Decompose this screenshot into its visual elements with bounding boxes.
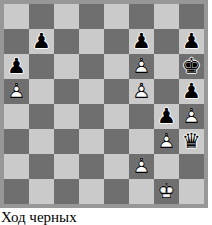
piece-glyph-outline: ♙ bbox=[129, 54, 154, 79]
square-h5[interactable]: ♟ bbox=[179, 79, 204, 104]
white-pawn-f5[interactable]: ♟♙ bbox=[129, 79, 154, 104]
square-d7[interactable] bbox=[79, 29, 104, 54]
square-h6[interactable]: ♚ bbox=[179, 54, 204, 79]
square-f5[interactable]: ♟♙ bbox=[129, 79, 154, 104]
piece-glyph-outline: ♙ bbox=[129, 154, 154, 179]
square-c3[interactable] bbox=[54, 129, 79, 154]
black-pawn-a6[interactable]: ♟ bbox=[4, 54, 29, 79]
white-pawn-f2[interactable]: ♟♙ bbox=[129, 154, 154, 179]
square-h3[interactable]: ♛ bbox=[179, 129, 204, 154]
square-e2[interactable] bbox=[104, 154, 129, 179]
black-pawn-b7[interactable]: ♟ bbox=[29, 29, 54, 54]
square-b4[interactable] bbox=[29, 104, 54, 129]
square-d3[interactable] bbox=[79, 129, 104, 154]
square-b7[interactable]: ♟ bbox=[29, 29, 54, 54]
square-h7[interactable]: ♟ bbox=[179, 29, 204, 54]
square-d5[interactable] bbox=[79, 79, 104, 104]
square-a7[interactable] bbox=[4, 29, 29, 54]
square-d6[interactable] bbox=[79, 54, 104, 79]
black-queen-h3[interactable]: ♛ bbox=[179, 129, 204, 154]
square-f1[interactable] bbox=[129, 179, 154, 204]
square-h8[interactable] bbox=[179, 4, 204, 29]
square-g5[interactable] bbox=[154, 79, 179, 104]
white-pawn-g3[interactable]: ♟♙ bbox=[154, 129, 179, 154]
piece-glyph-outline: ♔ bbox=[154, 179, 179, 204]
square-a2[interactable] bbox=[4, 154, 29, 179]
square-e3[interactable] bbox=[104, 129, 129, 154]
black-king-h6[interactable]: ♚ bbox=[179, 54, 204, 79]
square-d1[interactable] bbox=[79, 179, 104, 204]
move-indicator-caption: Ход черных bbox=[1, 209, 212, 225]
square-f7[interactable]: ♟ bbox=[129, 29, 154, 54]
square-g1[interactable]: ♚♔ bbox=[154, 179, 179, 204]
square-h2[interactable] bbox=[179, 154, 204, 179]
piece-glyph-outline: ♙ bbox=[4, 79, 29, 104]
piece-glyph-outline: ♙ bbox=[154, 129, 179, 154]
square-b6[interactable] bbox=[29, 54, 54, 79]
white-pawn-f6[interactable]: ♟♙ bbox=[129, 54, 154, 79]
square-g7[interactable] bbox=[154, 29, 179, 54]
square-f8[interactable] bbox=[129, 4, 154, 29]
square-b8[interactable] bbox=[29, 4, 54, 29]
square-b1[interactable] bbox=[29, 179, 54, 204]
black-pawn-h7[interactable]: ♟ bbox=[179, 29, 204, 54]
square-f4[interactable] bbox=[129, 104, 154, 129]
square-b2[interactable] bbox=[29, 154, 54, 179]
black-pawn-f7[interactable]: ♟ bbox=[129, 29, 154, 54]
square-d2[interactable] bbox=[79, 154, 104, 179]
square-e5[interactable] bbox=[104, 79, 129, 104]
square-e4[interactable] bbox=[104, 104, 129, 129]
square-b5[interactable] bbox=[29, 79, 54, 104]
chess-board: ♟♟♟♟♟♙♚♟♙♟♙♟♟♟♙♟♙♛♟♙♚♔ bbox=[0, 0, 208, 208]
white-king-g1[interactable]: ♚♔ bbox=[154, 179, 179, 204]
square-g2[interactable] bbox=[154, 154, 179, 179]
square-e8[interactable] bbox=[104, 4, 129, 29]
square-f6[interactable]: ♟♙ bbox=[129, 54, 154, 79]
square-f2[interactable]: ♟♙ bbox=[129, 154, 154, 179]
chess-diagram: ♟♟♟♟♟♙♚♟♙♟♙♟♟♟♙♟♙♛♟♙♚♔ bbox=[0, 0, 212, 208]
square-f3[interactable] bbox=[129, 129, 154, 154]
square-a6[interactable]: ♟ bbox=[4, 54, 29, 79]
square-c6[interactable] bbox=[54, 54, 79, 79]
square-g3[interactable]: ♟♙ bbox=[154, 129, 179, 154]
square-c1[interactable] bbox=[54, 179, 79, 204]
square-e7[interactable] bbox=[104, 29, 129, 54]
black-pawn-h5[interactable]: ♟ bbox=[179, 79, 204, 104]
square-g6[interactable] bbox=[154, 54, 179, 79]
square-g8[interactable] bbox=[154, 4, 179, 29]
square-c8[interactable] bbox=[54, 4, 79, 29]
square-d4[interactable] bbox=[79, 104, 104, 129]
square-a1[interactable] bbox=[4, 179, 29, 204]
square-h4[interactable]: ♟♙ bbox=[179, 104, 204, 129]
square-g4[interactable]: ♟ bbox=[154, 104, 179, 129]
square-e6[interactable] bbox=[104, 54, 129, 79]
black-pawn-g4[interactable]: ♟ bbox=[154, 104, 179, 129]
square-a3[interactable] bbox=[4, 129, 29, 154]
square-b3[interactable] bbox=[29, 129, 54, 154]
square-d8[interactable] bbox=[79, 4, 104, 29]
square-c7[interactable] bbox=[54, 29, 79, 54]
white-pawn-h4[interactable]: ♟♙ bbox=[179, 104, 204, 129]
square-c5[interactable] bbox=[54, 79, 79, 104]
square-a5[interactable]: ♟♙ bbox=[4, 79, 29, 104]
square-c2[interactable] bbox=[54, 154, 79, 179]
piece-glyph-outline: ♙ bbox=[129, 79, 154, 104]
square-c4[interactable] bbox=[54, 104, 79, 129]
square-e1[interactable] bbox=[104, 179, 129, 204]
white-pawn-a5[interactable]: ♟♙ bbox=[4, 79, 29, 104]
square-a4[interactable] bbox=[4, 104, 29, 129]
square-h1[interactable] bbox=[179, 179, 204, 204]
square-a8[interactable] bbox=[4, 4, 29, 29]
piece-glyph-outline: ♙ bbox=[179, 104, 204, 129]
